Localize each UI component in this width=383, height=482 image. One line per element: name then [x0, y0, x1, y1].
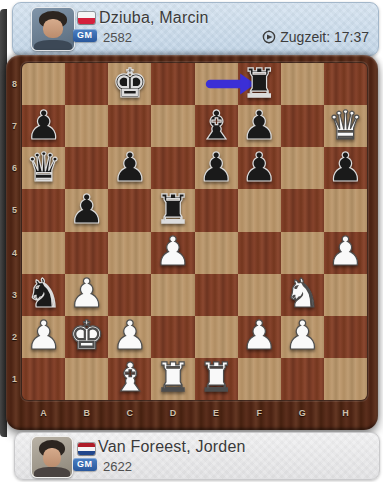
avatar-face	[43, 19, 63, 38]
square-b4[interactable]	[65, 232, 108, 274]
square-c8[interactable]: ♚	[108, 63, 151, 105]
chess-board-frame: ♚♜♟♝♟♛♛♟♟♟♟♟♜♟♟♞♟♞♟♚♟♟♟♝♜♜ 87654321ABCDE…	[6, 55, 378, 430]
avatar-torso	[34, 40, 72, 51]
file-label-E: E	[195, 405, 238, 421]
square-c7[interactable]	[108, 105, 151, 147]
square-f7[interactable]: ♟	[238, 105, 281, 147]
square-e5[interactable]	[195, 189, 238, 231]
square-g8[interactable]	[281, 63, 324, 105]
rank-label-7: 7	[7, 105, 22, 147]
rank-label-5: 5	[7, 189, 22, 231]
square-h8[interactable]	[324, 63, 367, 105]
white-pawn[interactable]: ♟	[69, 273, 105, 313]
clock-time-label: Zugzeit: 17:37	[280, 29, 369, 45]
square-a5[interactable]	[22, 189, 65, 231]
square-h4[interactable]: ♟	[324, 232, 367, 274]
white-pawn[interactable]: ♟	[328, 231, 364, 271]
square-g1[interactable]	[281, 358, 324, 400]
black-king[interactable]: ♚	[112, 63, 148, 103]
square-d6[interactable]	[151, 147, 194, 189]
white-pawn[interactable]: ♟	[112, 315, 148, 355]
file-label-G: G	[281, 405, 324, 421]
square-h5[interactable]	[324, 189, 367, 231]
clock-icon	[262, 30, 276, 44]
black-pawn[interactable]: ♟	[328, 147, 364, 187]
square-b2[interactable]: ♚	[65, 316, 108, 358]
square-a8[interactable]	[22, 63, 65, 105]
avatar-face	[43, 448, 61, 467]
black-queen[interactable]: ♛	[26, 147, 62, 187]
square-b8[interactable]	[65, 63, 108, 105]
black-pawn[interactable]: ♟	[112, 147, 148, 187]
square-h2[interactable]	[324, 316, 367, 358]
square-b6[interactable]	[65, 147, 108, 189]
square-d5[interactable]: ♜	[151, 189, 194, 231]
square-h6[interactable]: ♟	[324, 147, 367, 189]
black-pawn[interactable]: ♟	[26, 105, 62, 145]
square-a7[interactable]: ♟	[22, 105, 65, 147]
square-g3[interactable]: ♞	[281, 274, 324, 316]
bottom-player-name: Van Foreest, Jorden	[98, 438, 246, 456]
square-c3[interactable]	[108, 274, 151, 316]
square-c2[interactable]: ♟	[108, 316, 151, 358]
file-label-A: A	[22, 405, 65, 421]
square-d8[interactable]	[151, 63, 194, 105]
top-player-title-badge: GM	[73, 29, 97, 42]
bottom-player-rating: 2622	[103, 459, 132, 474]
rank-label-3: 3	[7, 274, 22, 316]
netherlands-flag-icon	[78, 443, 95, 455]
black-rook[interactable]: ♜	[241, 63, 277, 103]
square-f4[interactable]	[238, 232, 281, 274]
bottom-player-bar: Van Foreest, Jorden GM 2622	[14, 432, 380, 480]
square-h7[interactable]: ♛	[324, 105, 367, 147]
square-a1[interactable]	[22, 358, 65, 400]
file-label-F: F	[238, 405, 281, 421]
square-b5[interactable]: ♟	[65, 189, 108, 231]
white-pawn[interactable]: ♟	[241, 315, 277, 355]
square-e2[interactable]	[195, 316, 238, 358]
rank-label-6: 6	[7, 147, 22, 189]
white-pawn[interactable]: ♟	[155, 231, 191, 271]
white-bishop[interactable]: ♝	[112, 357, 148, 397]
file-label-D: D	[151, 405, 194, 421]
square-d1[interactable]: ♜	[151, 358, 194, 400]
white-pawn[interactable]: ♟	[26, 315, 62, 355]
square-h3[interactable]	[324, 274, 367, 316]
square-b7[interactable]	[65, 105, 108, 147]
square-d3[interactable]	[151, 274, 194, 316]
square-f6[interactable]: ♟	[238, 147, 281, 189]
white-queen[interactable]: ♛	[328, 105, 364, 145]
square-c4[interactable]	[108, 232, 151, 274]
black-knight[interactable]: ♞	[26, 273, 62, 313]
black-bishop[interactable]: ♝	[198, 105, 234, 145]
square-f2[interactable]: ♟	[238, 316, 281, 358]
square-g6[interactable]	[281, 147, 324, 189]
square-c1[interactable]: ♝	[108, 358, 151, 400]
square-a6[interactable]: ♛	[22, 147, 65, 189]
rank-label-8: 8	[7, 63, 22, 105]
top-player-bar: Dziuba, Marcin GM 2582 Zugzeit: 17:37	[12, 2, 379, 56]
square-e3[interactable]	[195, 274, 238, 316]
black-pawn[interactable]: ♟	[69, 189, 105, 229]
square-d7[interactable]	[151, 105, 194, 147]
black-pawn[interactable]: ♟	[198, 147, 234, 187]
square-e6[interactable]: ♟	[195, 147, 238, 189]
square-c6[interactable]: ♟	[108, 147, 151, 189]
bottom-player-avatar	[31, 436, 73, 478]
square-f1[interactable]	[238, 358, 281, 400]
square-h1[interactable]	[324, 358, 367, 400]
rank-label-2: 2	[7, 316, 22, 358]
square-a3[interactable]: ♞	[22, 274, 65, 316]
black-pawn[interactable]: ♟	[241, 105, 277, 145]
square-a4[interactable]	[22, 232, 65, 274]
white-knight[interactable]: ♞	[284, 273, 320, 313]
white-rook[interactable]: ♜	[155, 357, 191, 397]
top-player-clock: Zugzeit: 17:37	[262, 29, 369, 45]
chess-board: ♚♜♟♝♟♛♛♟♟♟♟♟♜♟♟♞♟♞♟♚♟♟♟♝♜♜	[22, 63, 367, 400]
square-f5[interactable]	[238, 189, 281, 231]
square-c5[interactable]	[108, 189, 151, 231]
square-g5[interactable]	[281, 189, 324, 231]
file-label-B: B	[65, 405, 108, 421]
square-a2[interactable]: ♟	[22, 316, 65, 358]
file-label-H: H	[324, 405, 367, 421]
poland-flag-icon	[78, 12, 95, 24]
square-d4[interactable]: ♟	[151, 232, 194, 274]
square-e8[interactable]	[195, 63, 238, 105]
square-f8[interactable]: ♜	[238, 63, 281, 105]
square-f3[interactable]	[238, 274, 281, 316]
top-player-name: Dziuba, Marcin	[99, 9, 209, 27]
black-pawn[interactable]: ♟	[241, 147, 277, 187]
white-rook[interactable]: ♜	[198, 357, 234, 397]
square-d2[interactable]	[151, 316, 194, 358]
white-king[interactable]: ♚	[69, 315, 105, 355]
square-b1[interactable]	[65, 358, 108, 400]
black-rook[interactable]: ♜	[155, 189, 191, 229]
rank-label-4: 4	[7, 232, 22, 274]
top-player-avatar	[31, 7, 75, 51]
square-b3[interactable]: ♟	[65, 274, 108, 316]
rank-label-1: 1	[7, 358, 22, 400]
square-g4[interactable]	[281, 232, 324, 274]
square-e1[interactable]: ♜	[195, 358, 238, 400]
square-g2[interactable]: ♟	[281, 316, 324, 358]
bottom-player-title-badge: GM	[73, 458, 97, 471]
square-e7[interactable]: ♝	[195, 105, 238, 147]
square-e4[interactable]	[195, 232, 238, 274]
top-player-rating: 2582	[103, 30, 132, 45]
square-g7[interactable]	[281, 105, 324, 147]
white-pawn[interactable]: ♟	[284, 315, 320, 355]
file-label-C: C	[108, 405, 151, 421]
avatar-torso	[34, 467, 70, 478]
